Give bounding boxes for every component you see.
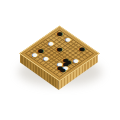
product-photo: ●●●●●●●●●●●●●●●● — [0, 0, 120, 120]
